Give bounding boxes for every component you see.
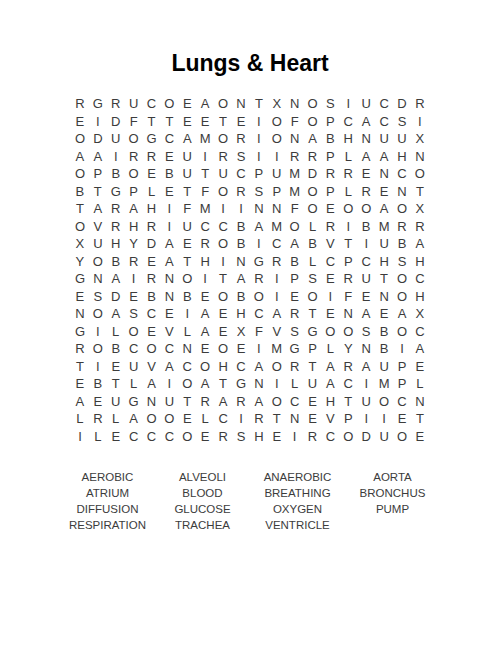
grid-cell[interactable]: T bbox=[339, 393, 357, 411]
grid-cell[interactable]: M bbox=[196, 130, 214, 148]
grid-cell[interactable]: N bbox=[250, 200, 268, 218]
grid-cell[interactable]: I bbox=[250, 113, 268, 131]
grid-cell[interactable]: X bbox=[411, 200, 429, 218]
grid-cell[interactable]: L bbox=[304, 218, 322, 236]
grid-cell[interactable]: A bbox=[268, 305, 286, 323]
grid-cell[interactable]: P bbox=[125, 183, 143, 201]
grid-cell[interactable]: P bbox=[339, 253, 357, 271]
grid-cell[interactable]: P bbox=[268, 183, 286, 201]
grid-cell[interactable]: C bbox=[160, 428, 178, 446]
grid-cell[interactable]: I bbox=[250, 130, 268, 148]
grid-cell[interactable]: C bbox=[232, 165, 250, 183]
grid-cell[interactable]: R bbox=[71, 95, 89, 113]
grid-cell[interactable]: O bbox=[214, 340, 232, 358]
grid-cell[interactable]: G bbox=[107, 183, 125, 201]
grid-cell[interactable]: R bbox=[321, 218, 339, 236]
grid-cell[interactable]: A bbox=[214, 393, 232, 411]
grid-cell[interactable]: A bbox=[196, 375, 214, 393]
grid-cell[interactable]: C bbox=[125, 340, 143, 358]
grid-cell[interactable]: E bbox=[232, 340, 250, 358]
grid-cell[interactable]: O bbox=[393, 323, 411, 341]
grid-cell[interactable]: M bbox=[375, 218, 393, 236]
grid-cell[interactable]: T bbox=[71, 200, 89, 218]
grid-cell[interactable]: O bbox=[143, 410, 161, 428]
grid-cell[interactable]: H bbox=[411, 288, 429, 306]
grid-cell[interactable]: E bbox=[214, 323, 232, 341]
grid-cell[interactable]: O bbox=[393, 200, 411, 218]
grid-cell[interactable]: A bbox=[375, 200, 393, 218]
grid-cell[interactable]: I bbox=[160, 200, 178, 218]
grid-cell[interactable]: E bbox=[71, 375, 89, 393]
grid-cell[interactable]: C bbox=[214, 218, 232, 236]
grid-cell[interactable]: N bbox=[71, 305, 89, 323]
grid-cell[interactable]: U bbox=[375, 235, 393, 253]
grid-cell[interactable]: I bbox=[321, 288, 339, 306]
grid-cell[interactable]: T bbox=[196, 165, 214, 183]
grid-cell[interactable]: B bbox=[71, 183, 89, 201]
grid-cell[interactable]: U bbox=[178, 148, 196, 166]
grid-cell[interactable]: E bbox=[178, 410, 196, 428]
grid-cell[interactable]: N bbox=[160, 270, 178, 288]
grid-cell[interactable]: P bbox=[393, 358, 411, 376]
grid-cell[interactable]: Y bbox=[339, 340, 357, 358]
grid-cell[interactable]: M bbox=[286, 183, 304, 201]
grid-cell[interactable]: T bbox=[268, 410, 286, 428]
grid-cell[interactable]: O bbox=[214, 130, 232, 148]
grid-cell[interactable]: R bbox=[339, 165, 357, 183]
grid-cell[interactable]: L bbox=[286, 375, 304, 393]
grid-cell[interactable]: U bbox=[375, 428, 393, 446]
grid-cell[interactable]: N bbox=[178, 340, 196, 358]
grid-cell[interactable]: R bbox=[143, 218, 161, 236]
grid-cell[interactable]: T bbox=[107, 375, 125, 393]
grid-cell[interactable]: N bbox=[286, 95, 304, 113]
grid-cell[interactable]: E bbox=[143, 253, 161, 271]
grid-cell[interactable]: I bbox=[393, 340, 411, 358]
grid-cell[interactable]: B bbox=[393, 235, 411, 253]
grid-cell[interactable]: R bbox=[339, 270, 357, 288]
grid-cell[interactable]: R bbox=[411, 95, 429, 113]
grid-cell[interactable]: V bbox=[89, 218, 107, 236]
grid-cell[interactable]: I bbox=[232, 200, 250, 218]
grid-cell[interactable]: L bbox=[107, 410, 125, 428]
grid-cell[interactable]: I bbox=[357, 410, 375, 428]
grid-cell[interactable]: N bbox=[357, 340, 375, 358]
grid-cell[interactable]: E bbox=[160, 148, 178, 166]
grid-cell[interactable]: I bbox=[125, 270, 143, 288]
grid-cell[interactable]: H bbox=[232, 305, 250, 323]
grid-cell[interactable]: A bbox=[143, 375, 161, 393]
grid-cell[interactable]: P bbox=[393, 375, 411, 393]
grid-cell[interactable]: R bbox=[286, 305, 304, 323]
grid-cell[interactable]: C bbox=[250, 305, 268, 323]
grid-cell[interactable]: O bbox=[304, 200, 322, 218]
grid-cell[interactable]: L bbox=[196, 410, 214, 428]
grid-cell[interactable]: I bbox=[178, 305, 196, 323]
grid-cell[interactable]: P bbox=[304, 340, 322, 358]
grid-cell[interactable]: L bbox=[89, 428, 107, 446]
grid-cell[interactable]: T bbox=[214, 270, 232, 288]
grid-cell[interactable]: R bbox=[125, 148, 143, 166]
grid-cell[interactable]: C bbox=[160, 340, 178, 358]
grid-cell[interactable]: A bbox=[196, 323, 214, 341]
grid-cell[interactable]: N bbox=[286, 410, 304, 428]
grid-cell[interactable]: H bbox=[339, 130, 357, 148]
grid-cell[interactable]: R bbox=[232, 393, 250, 411]
grid-cell[interactable]: P bbox=[286, 270, 304, 288]
grid-cell[interactable]: C bbox=[339, 113, 357, 131]
grid-cell[interactable]: H bbox=[375, 253, 393, 271]
grid-cell[interactable]: N bbox=[232, 95, 250, 113]
grid-cell[interactable]: I bbox=[160, 375, 178, 393]
grid-cell[interactable]: O bbox=[304, 95, 322, 113]
grid-cell[interactable]: R bbox=[268, 253, 286, 271]
grid-cell[interactable]: C bbox=[232, 358, 250, 376]
grid-cell[interactable]: D bbox=[393, 95, 411, 113]
grid-cell[interactable]: E bbox=[160, 305, 178, 323]
grid-cell[interactable]: I bbox=[196, 148, 214, 166]
grid-cell[interactable]: U bbox=[357, 270, 375, 288]
grid-cell[interactable]: O bbox=[125, 165, 143, 183]
grid-cell[interactable]: D bbox=[143, 235, 161, 253]
grid-cell[interactable]: I bbox=[357, 235, 375, 253]
grid-cell[interactable]: E bbox=[304, 393, 322, 411]
grid-cell[interactable]: T bbox=[339, 235, 357, 253]
grid-cell[interactable]: C bbox=[143, 428, 161, 446]
grid-cell[interactable]: E bbox=[411, 428, 429, 446]
grid-cell[interactable]: B bbox=[178, 288, 196, 306]
grid-cell[interactable]: E bbox=[304, 410, 322, 428]
grid-cell[interactable]: B bbox=[160, 165, 178, 183]
grid-cell[interactable]: U bbox=[178, 218, 196, 236]
grid-cell[interactable]: E bbox=[160, 183, 178, 201]
grid-cell[interactable]: R bbox=[393, 218, 411, 236]
grid-cell[interactable]: B bbox=[375, 340, 393, 358]
grid-cell[interactable]: E bbox=[411, 358, 429, 376]
grid-cell[interactable]: T bbox=[71, 358, 89, 376]
grid-cell[interactable]: I bbox=[375, 410, 393, 428]
grid-cell[interactable]: A bbox=[107, 305, 125, 323]
grid-cell[interactable]: N bbox=[411, 393, 429, 411]
grid-cell[interactable]: C bbox=[196, 218, 214, 236]
grid-cell[interactable]: A bbox=[357, 358, 375, 376]
grid-cell[interactable]: O bbox=[286, 218, 304, 236]
grid-cell[interactable]: S bbox=[89, 288, 107, 306]
grid-cell[interactable]: O bbox=[178, 375, 196, 393]
grid-cell[interactable]: O bbox=[304, 288, 322, 306]
grid-cell[interactable]: T bbox=[160, 113, 178, 131]
grid-cell[interactable]: C bbox=[393, 393, 411, 411]
grid-cell[interactable]: R bbox=[214, 148, 232, 166]
grid-cell[interactable]: I bbox=[411, 113, 429, 131]
grid-cell[interactable]: E bbox=[321, 200, 339, 218]
grid-cell[interactable]: N bbox=[143, 393, 161, 411]
grid-cell[interactable]: A bbox=[357, 305, 375, 323]
grid-cell[interactable]: H bbox=[125, 218, 143, 236]
grid-cell[interactable]: H bbox=[107, 235, 125, 253]
grid-cell[interactable]: O bbox=[160, 95, 178, 113]
grid-cell[interactable]: P bbox=[250, 165, 268, 183]
grid-cell[interactable]: I bbox=[107, 148, 125, 166]
grid-cell[interactable]: O bbox=[393, 288, 411, 306]
grid-cell[interactable]: E bbox=[357, 288, 375, 306]
grid-cell[interactable]: L bbox=[107, 323, 125, 341]
grid-cell[interactable]: B bbox=[304, 235, 322, 253]
grid-cell[interactable]: C bbox=[339, 375, 357, 393]
grid-cell[interactable]: X bbox=[268, 95, 286, 113]
grid-cell[interactable]: O bbox=[214, 288, 232, 306]
grid-cell[interactable]: I bbox=[268, 288, 286, 306]
grid-cell[interactable]: C bbox=[375, 113, 393, 131]
grid-cell[interactable]: U bbox=[357, 393, 375, 411]
grid-cell[interactable]: O bbox=[125, 130, 143, 148]
grid-cell[interactable]: R bbox=[107, 200, 125, 218]
grid-cell[interactable]: L bbox=[321, 340, 339, 358]
grid-cell[interactable]: R bbox=[232, 130, 250, 148]
grid-cell[interactable]: I bbox=[89, 113, 107, 131]
grid-cell[interactable]: O bbox=[250, 288, 268, 306]
grid-cell[interactable]: C bbox=[357, 253, 375, 271]
grid-cell[interactable]: A bbox=[160, 253, 178, 271]
grid-cell[interactable]: A bbox=[196, 305, 214, 323]
grid-cell[interactable]: E bbox=[196, 288, 214, 306]
grid-cell[interactable]: N bbox=[393, 183, 411, 201]
grid-cell[interactable]: N bbox=[357, 130, 375, 148]
grid-cell[interactable]: E bbox=[143, 165, 161, 183]
grid-cell[interactable]: E bbox=[214, 305, 232, 323]
grid-cell[interactable]: V bbox=[160, 323, 178, 341]
grid-cell[interactable]: S bbox=[250, 183, 268, 201]
grid-cell[interactable]: A bbox=[304, 130, 322, 148]
grid-cell[interactable]: C bbox=[375, 95, 393, 113]
grid-cell[interactable]: N bbox=[339, 305, 357, 323]
grid-cell[interactable]: G bbox=[250, 253, 268, 271]
grid-cell[interactable]: R bbox=[196, 393, 214, 411]
grid-cell[interactable]: R bbox=[196, 235, 214, 253]
grid-cell[interactable]: O bbox=[178, 270, 196, 288]
grid-cell[interactable]: E bbox=[178, 95, 196, 113]
grid-cell[interactable]: U bbox=[160, 393, 178, 411]
grid-cell[interactable]: O bbox=[214, 235, 232, 253]
grid-cell[interactable]: P bbox=[321, 148, 339, 166]
grid-cell[interactable]: R bbox=[250, 410, 268, 428]
grid-cell[interactable]: I bbox=[89, 323, 107, 341]
grid-cell[interactable]: O bbox=[89, 340, 107, 358]
grid-cell[interactable]: M bbox=[268, 218, 286, 236]
grid-cell[interactable]: I bbox=[214, 200, 232, 218]
grid-cell[interactable]: L bbox=[411, 375, 429, 393]
grid-cell[interactable]: D bbox=[107, 288, 125, 306]
grid-cell[interactable]: I bbox=[250, 340, 268, 358]
grid-cell[interactable]: U bbox=[125, 95, 143, 113]
grid-cell[interactable]: B bbox=[232, 235, 250, 253]
grid-cell[interactable]: I bbox=[89, 358, 107, 376]
grid-cell[interactable]: R bbox=[250, 270, 268, 288]
grid-cell[interactable]: H bbox=[143, 200, 161, 218]
grid-cell[interactable]: O bbox=[411, 165, 429, 183]
grid-cell[interactable]: A bbox=[125, 410, 143, 428]
grid-cell[interactable]: A bbox=[286, 235, 304, 253]
grid-cell[interactable]: U bbox=[304, 375, 322, 393]
grid-cell[interactable]: C bbox=[268, 235, 286, 253]
grid-cell[interactable]: I bbox=[268, 375, 286, 393]
grid-cell[interactable]: F bbox=[196, 183, 214, 201]
grid-cell[interactable]: X bbox=[71, 235, 89, 253]
grid-cell[interactable]: E bbox=[357, 165, 375, 183]
grid-cell[interactable]: C bbox=[321, 253, 339, 271]
grid-cell[interactable]: C bbox=[411, 270, 429, 288]
grid-cell[interactable]: Y bbox=[71, 253, 89, 271]
grid-cell[interactable]: E bbox=[393, 410, 411, 428]
grid-cell[interactable]: S bbox=[232, 428, 250, 446]
grid-cell[interactable]: I bbox=[196, 270, 214, 288]
grid-cell[interactable]: H bbox=[411, 253, 429, 271]
grid-cell[interactable]: N bbox=[160, 288, 178, 306]
grid-cell[interactable]: A bbox=[71, 148, 89, 166]
grid-cell[interactable]: C bbox=[143, 95, 161, 113]
grid-cell[interactable]: V bbox=[321, 235, 339, 253]
grid-cell[interactable]: T bbox=[411, 183, 429, 201]
grid-cell[interactable]: A bbox=[89, 200, 107, 218]
grid-cell[interactable]: F bbox=[250, 323, 268, 341]
grid-cell[interactable]: A bbox=[232, 270, 250, 288]
grid-cell[interactable]: B bbox=[232, 288, 250, 306]
grid-cell[interactable]: E bbox=[196, 428, 214, 446]
grid-cell[interactable]: G bbox=[71, 323, 89, 341]
grid-cell[interactable]: L bbox=[304, 253, 322, 271]
grid-cell[interactable]: T bbox=[250, 95, 268, 113]
grid-cell[interactable]: G bbox=[286, 340, 304, 358]
grid-cell[interactable]: A bbox=[196, 95, 214, 113]
grid-cell[interactable]: A bbox=[411, 235, 429, 253]
grid-cell[interactable]: E bbox=[89, 393, 107, 411]
grid-cell[interactable]: R bbox=[125, 253, 143, 271]
grid-cell[interactable]: P bbox=[321, 183, 339, 201]
grid-cell[interactable]: I bbox=[232, 410, 250, 428]
grid-cell[interactable]: O bbox=[89, 253, 107, 271]
grid-cell[interactable]: H bbox=[250, 428, 268, 446]
grid-cell[interactable]: B bbox=[107, 165, 125, 183]
grid-cell[interactable]: B bbox=[107, 253, 125, 271]
grid-cell[interactable]: F bbox=[178, 200, 196, 218]
grid-cell[interactable]: O bbox=[304, 183, 322, 201]
grid-cell[interactable]: T bbox=[178, 183, 196, 201]
grid-cell[interactable]: V bbox=[321, 410, 339, 428]
grid-cell[interactable]: A bbox=[107, 270, 125, 288]
grid-cell[interactable]: I bbox=[268, 148, 286, 166]
grid-cell[interactable]: R bbox=[214, 428, 232, 446]
grid-cell[interactable]: G bbox=[89, 95, 107, 113]
grid-cell[interactable]: E bbox=[375, 183, 393, 201]
grid-cell[interactable]: E bbox=[196, 113, 214, 131]
grid-cell[interactable]: R bbox=[304, 428, 322, 446]
grid-cell[interactable]: T bbox=[375, 270, 393, 288]
grid-cell[interactable]: N bbox=[250, 375, 268, 393]
grid-cell[interactable]: I bbox=[71, 428, 89, 446]
grid-cell[interactable]: I bbox=[339, 218, 357, 236]
grid-cell[interactable]: M bbox=[286, 165, 304, 183]
grid-cell[interactable]: E bbox=[268, 428, 286, 446]
grid-cell[interactable]: O bbox=[71, 165, 89, 183]
grid-cell[interactable]: I bbox=[268, 270, 286, 288]
grid-cell[interactable]: A bbox=[375, 148, 393, 166]
grid-cell[interactable]: X bbox=[411, 305, 429, 323]
grid-cell[interactable]: U bbox=[125, 358, 143, 376]
grid-cell[interactable]: B bbox=[107, 340, 125, 358]
grid-cell[interactable]: E bbox=[107, 428, 125, 446]
grid-cell[interactable]: O bbox=[71, 218, 89, 236]
grid-cell[interactable]: L bbox=[339, 148, 357, 166]
grid-cell[interactable]: C bbox=[286, 393, 304, 411]
grid-cell[interactable]: I bbox=[250, 235, 268, 253]
grid-cell[interactable]: A bbox=[89, 148, 107, 166]
grid-cell[interactable]: U bbox=[178, 165, 196, 183]
grid-cell[interactable]: R bbox=[107, 95, 125, 113]
grid-cell[interactable]: D bbox=[89, 130, 107, 148]
grid-cell[interactable]: E bbox=[178, 235, 196, 253]
grid-cell[interactable]: T bbox=[304, 305, 322, 323]
grid-cell[interactable]: N bbox=[286, 130, 304, 148]
grid-cell[interactable]: I bbox=[214, 253, 232, 271]
grid-cell[interactable]: O bbox=[339, 323, 357, 341]
grid-cell[interactable]: R bbox=[232, 183, 250, 201]
grid-cell[interactable]: I bbox=[160, 218, 178, 236]
grid-cell[interactable]: S bbox=[232, 148, 250, 166]
grid-cell[interactable]: U bbox=[268, 165, 286, 183]
grid-cell[interactable]: E bbox=[321, 305, 339, 323]
grid-cell[interactable]: A bbox=[250, 393, 268, 411]
grid-cell[interactable]: E bbox=[71, 113, 89, 131]
grid-cell[interactable]: E bbox=[178, 113, 196, 131]
grid-cell[interactable]: H bbox=[321, 393, 339, 411]
grid-cell[interactable]: D bbox=[107, 113, 125, 131]
grid-cell[interactable]: N bbox=[232, 253, 250, 271]
grid-cell[interactable]: P bbox=[321, 113, 339, 131]
grid-cell[interactable]: S bbox=[286, 323, 304, 341]
grid-cell[interactable]: O bbox=[357, 200, 375, 218]
grid-cell[interactable]: C bbox=[178, 358, 196, 376]
grid-cell[interactable]: U bbox=[107, 393, 125, 411]
grid-cell[interactable]: X bbox=[232, 323, 250, 341]
grid-cell[interactable]: C bbox=[160, 130, 178, 148]
grid-cell[interactable]: O bbox=[339, 200, 357, 218]
grid-cell[interactable]: U bbox=[89, 235, 107, 253]
grid-cell[interactable]: R bbox=[143, 270, 161, 288]
grid-cell[interactable]: D bbox=[304, 165, 322, 183]
grid-cell[interactable]: C bbox=[143, 305, 161, 323]
grid-cell[interactable]: A bbox=[71, 393, 89, 411]
grid-cell[interactable]: U bbox=[393, 130, 411, 148]
grid-cell[interactable]: C bbox=[125, 428, 143, 446]
grid-cell[interactable]: A bbox=[178, 130, 196, 148]
grid-cell[interactable]: A bbox=[321, 375, 339, 393]
grid-cell[interactable]: V bbox=[268, 323, 286, 341]
grid-cell[interactable]: E bbox=[143, 323, 161, 341]
grid-cell[interactable]: A bbox=[411, 340, 429, 358]
grid-cell[interactable]: F bbox=[125, 113, 143, 131]
grid-cell[interactable]: M bbox=[375, 375, 393, 393]
grid-cell[interactable]: H bbox=[393, 148, 411, 166]
grid-cell[interactable]: T bbox=[304, 358, 322, 376]
grid-cell[interactable]: C bbox=[411, 323, 429, 341]
grid-cell[interactable]: O bbox=[268, 130, 286, 148]
grid-cell[interactable]: O bbox=[178, 428, 196, 446]
grid-cell[interactable]: T bbox=[214, 375, 232, 393]
grid-cell[interactable]: R bbox=[286, 148, 304, 166]
grid-cell[interactable]: M bbox=[196, 200, 214, 218]
grid-cell[interactable]: R bbox=[304, 148, 322, 166]
grid-cell[interactable]: I bbox=[250, 148, 268, 166]
